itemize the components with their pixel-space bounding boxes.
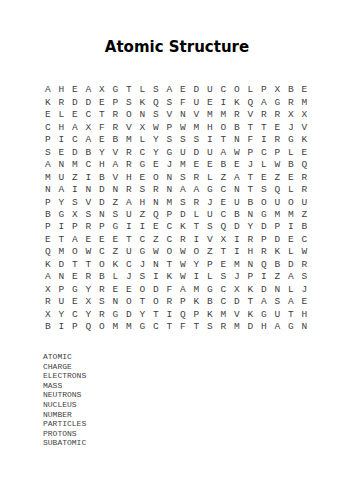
grid-cell: E [149, 159, 163, 171]
grid-cell: I [55, 221, 69, 233]
grid-cell: H [257, 321, 271, 333]
grid-cell: G [203, 283, 217, 295]
grid-cell: T [244, 184, 258, 196]
grid-cell: Q [149, 208, 163, 220]
grid-cell: M [203, 109, 217, 121]
grid-cell: T [95, 109, 109, 121]
word-list-item: CHARGE [43, 362, 86, 372]
grid-cell: I [68, 184, 82, 196]
grid-cell: H [55, 84, 69, 96]
grid-cell: N [109, 296, 123, 308]
grid-cell: M [190, 283, 204, 295]
grid-cell: R [82, 221, 96, 233]
grid-cell: J [298, 283, 312, 295]
grid-cell: P [190, 308, 204, 320]
grid-cell: S [136, 184, 150, 196]
grid-cell: H [55, 121, 69, 133]
grid-cell: Q [176, 308, 190, 320]
grid-cell: I [149, 271, 163, 283]
grid-cell: W [176, 258, 190, 270]
grid-cell: R [149, 184, 163, 196]
grid-cell: L [55, 109, 69, 121]
grid-cell: A [176, 283, 190, 295]
word-list-item: NUMBER [43, 410, 86, 420]
grid-cell: U [203, 146, 217, 158]
grid-cell: K [136, 96, 150, 108]
grid-cell: N [298, 321, 312, 333]
grid-cell: S [109, 208, 123, 220]
grid-cell: Y [136, 308, 150, 320]
grid-cell: X [230, 283, 244, 295]
grid-cell: Y [149, 134, 163, 146]
grid-cell: K [41, 96, 55, 108]
grid-cell: L [284, 184, 298, 196]
grid-cell: G [136, 159, 150, 171]
grid-cell: A [284, 271, 298, 283]
grid-cell: R [230, 109, 244, 121]
grid-cell: U [190, 96, 204, 108]
grid-cell: P [271, 146, 285, 158]
grid-cell: I [190, 271, 204, 283]
grid-cell: B [230, 208, 244, 220]
grid-cell: G [271, 96, 285, 108]
grid-cell: Q [82, 321, 96, 333]
grid-cell: I [136, 221, 150, 233]
grid-cell: L [109, 271, 123, 283]
grid-cell: C [217, 208, 231, 220]
grid-cell: O [95, 258, 109, 270]
grid-cell: E [55, 146, 69, 158]
grid-cell: K [41, 258, 55, 270]
grid-cell: R [284, 96, 298, 108]
grid-cell: Z [149, 233, 163, 245]
grid-cell: U [203, 208, 217, 220]
grid-cell: G [163, 146, 177, 158]
grid-cell: P [244, 271, 258, 283]
grid-cell: A [284, 296, 298, 308]
grid-cell: T [284, 308, 298, 320]
grid-cell: I [230, 246, 244, 258]
grid-cell: V [230, 308, 244, 320]
grid-cell: E [284, 171, 298, 183]
grid-cell: I [217, 96, 231, 108]
grid-cell: O [217, 121, 231, 133]
grid-cell: D [149, 283, 163, 295]
grid-cell: I [122, 221, 136, 233]
grid-cell: S [82, 208, 96, 220]
grid-cell: A [190, 184, 204, 196]
grid-cell: E [82, 233, 96, 245]
grid-cell: D [68, 96, 82, 108]
grid-cell: S [163, 96, 177, 108]
grid-cell: T [244, 296, 258, 308]
grid-cell: V [244, 109, 258, 121]
grid-cell: G [55, 208, 69, 220]
grid-cell: A [163, 84, 177, 96]
grid-cell: S [217, 271, 231, 283]
word-list-item: PARTICLES [43, 419, 86, 429]
grid-cell: P [257, 233, 271, 245]
grid-cell: Q [149, 96, 163, 108]
grid-cell: A [68, 121, 82, 133]
grid-cell: H [298, 308, 312, 320]
grid-cell: C [68, 308, 82, 320]
grid-cell: B [244, 196, 258, 208]
grid-cell: I [230, 233, 244, 245]
grid-cell: R [298, 184, 312, 196]
grid-cell: T [163, 258, 177, 270]
grid-cell: L [284, 146, 298, 158]
grid-cell: T [244, 171, 258, 183]
grid-cell: P [41, 196, 55, 208]
grid-cell: S [163, 134, 177, 146]
grid-cell: T [190, 221, 204, 233]
grid-cell: E [109, 283, 123, 295]
grid-cell: L [136, 84, 150, 96]
grid-cell: X [284, 109, 298, 121]
grid-cell: X [217, 233, 231, 245]
grid-cell: X [68, 208, 82, 220]
grid-cell: E [41, 233, 55, 245]
grid-cell: C [217, 84, 231, 96]
grid-cell: H [244, 246, 258, 258]
grid-cell: C [136, 233, 150, 245]
grid-cell: E [68, 296, 82, 308]
grid-cell: S [68, 196, 82, 208]
grid-cell: C [217, 283, 231, 295]
grid-cell: Q [271, 184, 285, 196]
grid-cell: O [284, 196, 298, 208]
grid-cell: E [149, 221, 163, 233]
grid-cell: E [136, 171, 150, 183]
grid-cell: U [122, 208, 136, 220]
grid-cell: Q [41, 246, 55, 258]
grid-cell: J [284, 121, 298, 133]
grid-cell: M [68, 159, 82, 171]
grid-cell: W [298, 246, 312, 258]
grid-cell: L [284, 246, 298, 258]
grid-cell: B [230, 121, 244, 133]
grid-cell: T [190, 321, 204, 333]
grid-cell: L [244, 84, 258, 96]
grid-cell: R [82, 271, 96, 283]
grid-cell: H [203, 121, 217, 133]
grid-cell: C [149, 321, 163, 333]
grid-cell: R [109, 109, 123, 121]
grid-cell: D [68, 146, 82, 158]
grid-cell: B [95, 271, 109, 283]
grid-cell: X [41, 308, 55, 320]
grid-cell: N [41, 184, 55, 196]
grid-cell: L [136, 134, 150, 146]
grid-cell: E [203, 96, 217, 108]
grid-cell: E [95, 233, 109, 245]
grid-cell: E [298, 84, 312, 96]
grid-cell: S [190, 134, 204, 146]
grid-cell: I [284, 221, 298, 233]
grid-cell: C [122, 258, 136, 270]
grid-cell: D [257, 221, 271, 233]
grid-cell: K [230, 96, 244, 108]
grid-cell: N [149, 258, 163, 270]
grid-cell: Y [190, 258, 204, 270]
grid-cell: A [82, 134, 96, 146]
grid-cell: S [203, 321, 217, 333]
grid-cell: B [95, 171, 109, 183]
grid-cell: F [176, 96, 190, 108]
grid-cell: K [244, 283, 258, 295]
grid-cell: Z [271, 271, 285, 283]
grid-cell: J [244, 159, 258, 171]
grid-cell: M [271, 208, 285, 220]
grid-cell: X [82, 121, 96, 133]
grid-cell: M [190, 121, 204, 133]
grid-cell: B [41, 321, 55, 333]
grid-cell: P [163, 121, 177, 133]
grid-cell: G [109, 221, 123, 233]
grid-cell: X [95, 84, 109, 96]
grid-cell: P [271, 221, 285, 233]
grid-cell: R [109, 121, 123, 133]
grid-cell: Q [217, 221, 231, 233]
grid-cell: I [82, 171, 96, 183]
grid-cell: M [163, 196, 177, 208]
grid-cell: Y [244, 221, 258, 233]
grid-cell: U [203, 84, 217, 96]
grid-cell: T [163, 321, 177, 333]
grid-cell: M [217, 308, 231, 320]
grid-cell: S [41, 146, 55, 158]
grid-cell: A [68, 233, 82, 245]
grid-cell: D [271, 233, 285, 245]
grid-cell: C [217, 184, 231, 196]
grid-cell: L [190, 208, 204, 220]
grid-cell: H [122, 171, 136, 183]
grid-cell: W [271, 159, 285, 171]
grid-cell: A [217, 146, 231, 158]
grid-cell: N [230, 134, 244, 146]
grid-cell: N [149, 196, 163, 208]
grid-cell: E [68, 109, 82, 121]
grid-cell: M [41, 171, 55, 183]
grid-cell: J [163, 159, 177, 171]
grid-cell: R [217, 321, 231, 333]
word-search-grid: AHEAXGTLSAEDUCOLPXBEKRDDEPSKQSFUEIKQAGRM… [41, 84, 311, 333]
grid-cell: R [190, 196, 204, 208]
grid-cell: D [82, 96, 96, 108]
grid-cell: E [109, 233, 123, 245]
grid-cell: P [176, 296, 190, 308]
grid-cell: W [149, 121, 163, 133]
grid-cell: O [190, 246, 204, 258]
grid-cell: V [82, 196, 96, 208]
grid-cell: J [122, 271, 136, 283]
grid-cell: A [257, 296, 271, 308]
grid-cell: N [136, 109, 150, 121]
grid-cell: G [203, 184, 217, 196]
word-list-item: NEUTRONS [43, 390, 86, 400]
grid-cell: X [271, 84, 285, 96]
grid-cell: D [190, 146, 204, 158]
grid-cell: N [163, 184, 177, 196]
grid-cell: C [298, 233, 312, 245]
grid-cell: Z [109, 196, 123, 208]
grid-cell: X [298, 109, 312, 121]
grid-cell: Q [257, 258, 271, 270]
word-list-item: ATOMIC [43, 352, 86, 362]
grid-cell: U [230, 196, 244, 208]
grid-cell: S [257, 184, 271, 196]
grid-cell: I [203, 134, 217, 146]
grid-cell: T [82, 258, 96, 270]
grid-cell: R [271, 134, 285, 146]
grid-cell: E [217, 258, 231, 270]
puzzle-title: Atomic Structure [0, 38, 354, 56]
grid-cell: P [41, 221, 55, 233]
grid-cell: T [122, 84, 136, 96]
grid-cell: Y [82, 283, 96, 295]
grid-cell: U [176, 146, 190, 158]
grid-cell: J [230, 271, 244, 283]
grid-cell: N [55, 271, 69, 283]
grid-cell: A [176, 184, 190, 196]
grid-cell: W [176, 121, 190, 133]
grid-cell: C [257, 146, 271, 158]
grid-cell: K [244, 308, 258, 320]
grid-cell: F [176, 321, 190, 333]
grid-cell: L [203, 171, 217, 183]
grid-cell: A [257, 96, 271, 108]
grid-cell: V [298, 121, 312, 133]
grid-cell: N [230, 184, 244, 196]
grid-cell: T [217, 134, 231, 146]
grid-cell: G [257, 208, 271, 220]
grid-cell: K [176, 221, 190, 233]
grid-cell: C [82, 109, 96, 121]
grid-cell: O [230, 84, 244, 96]
grid-cell: R [244, 233, 258, 245]
grid-cell: G [284, 321, 298, 333]
grid-cell: S [149, 84, 163, 96]
grid-cell: A [230, 171, 244, 183]
grid-cell: B [298, 221, 312, 233]
grid-cell: O [149, 296, 163, 308]
grid-cell: W [149, 246, 163, 258]
grid-cell: J [203, 196, 217, 208]
grid-cell: R [257, 109, 271, 121]
grid-cell: D [55, 258, 69, 270]
grid-cell: P [257, 84, 271, 96]
grid-cell: S [176, 134, 190, 146]
grid-cell: R [298, 258, 312, 270]
grid-cell: T [149, 308, 163, 320]
grid-cell: B [82, 146, 96, 158]
grid-cell: V [163, 109, 177, 121]
grid-cell: E [284, 233, 298, 245]
grid-cell: S [136, 271, 150, 283]
grid-cell: G [284, 134, 298, 146]
grid-cell: R [95, 283, 109, 295]
grid-cell: U [298, 196, 312, 208]
grid-cell: D [244, 321, 258, 333]
word-list: ATOMICCHARGEELECTRONSMASSNEUTRONSNUCLEUS… [43, 352, 86, 448]
grid-cell: E [271, 121, 285, 133]
grid-cell: V [109, 171, 123, 183]
grid-cell: Z [271, 171, 285, 183]
grid-cell: A [109, 159, 123, 171]
grid-cell: P [55, 283, 69, 295]
grid-cell: D [95, 184, 109, 196]
grid-cell: J [136, 258, 150, 270]
word-list-item: SUBATOMIC [43, 438, 86, 448]
grid-cell: K [190, 296, 204, 308]
grid-cell: P [163, 208, 177, 220]
grid-cell: E [217, 196, 231, 208]
grid-cell: W [176, 271, 190, 283]
grid-cell: R [298, 171, 312, 183]
grid-cell: C [136, 146, 150, 158]
grid-cell: V [109, 146, 123, 158]
grid-cell: M [230, 258, 244, 270]
grid-cell: Q [244, 96, 258, 108]
grid-cell: F [95, 121, 109, 133]
grid-cell: D [122, 308, 136, 320]
word-list-item: PROTONS [43, 429, 86, 439]
grid-cell: W [176, 246, 190, 258]
grid-cell: M [230, 321, 244, 333]
grid-cell: K [163, 271, 177, 283]
grid-cell: T [244, 121, 258, 133]
grid-cell: R [271, 109, 285, 121]
grid-cell: Q [298, 159, 312, 171]
grid-cell: F [163, 283, 177, 295]
grid-cell: B [109, 134, 123, 146]
grid-cell: R [176, 233, 190, 245]
grid-cell: O [122, 296, 136, 308]
grid-cell: G [109, 308, 123, 320]
grid-cell: K [271, 246, 285, 258]
grid-cell: S [203, 221, 217, 233]
grid-cell: N [163, 171, 177, 183]
grid-cell: E [230, 159, 244, 171]
grid-cell: E [68, 271, 82, 283]
grid-cell: C [217, 296, 231, 308]
grid-cell: L [203, 271, 217, 283]
grid-cell: S [298, 271, 312, 283]
grid-cell: Z [217, 171, 231, 183]
grid-cell: P [203, 258, 217, 270]
grid-cell: A [82, 84, 96, 96]
worksheet-page: Atomic Structure AHEAXGTLSAEDUCOLPXBEKRD… [0, 0, 354, 500]
grid-cell: C [163, 233, 177, 245]
grid-cell: N [176, 109, 190, 121]
grid-cell: X [41, 283, 55, 295]
grid-cell: B [271, 258, 285, 270]
grid-cell: S [176, 171, 190, 183]
grid-cell: E [257, 171, 271, 183]
grid-cell: T [55, 233, 69, 245]
grid-cell: B [203, 296, 217, 308]
grid-cell: U [271, 196, 285, 208]
word-list-item: MASS [43, 381, 86, 391]
grid-cell: S [95, 296, 109, 308]
grid-cell: O [257, 196, 271, 208]
grid-cell: O [149, 171, 163, 183]
grid-cell: T [257, 121, 271, 133]
grid-cell: T [122, 233, 136, 245]
grid-cell: V [190, 109, 204, 121]
grid-cell: A [122, 196, 136, 208]
